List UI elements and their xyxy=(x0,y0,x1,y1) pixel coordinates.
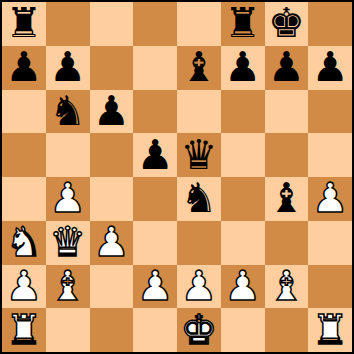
piece-white-pawn[interactable]: ♟︎ xyxy=(224,266,261,307)
square-f7[interactable]: ♟︎ xyxy=(221,46,265,90)
square-b6[interactable]: ♞ xyxy=(46,90,90,134)
square-d6[interactable] xyxy=(133,90,177,134)
square-h6[interactable] xyxy=(308,90,352,134)
piece-black-queen[interactable]: ♛ xyxy=(180,135,217,176)
piece-black-pawn[interactable]: ♟︎ xyxy=(224,47,261,88)
piece-white-pawn[interactable]: ♟︎ xyxy=(5,266,42,307)
piece-white-queen[interactable]: ♛ xyxy=(49,222,86,263)
square-h8[interactable] xyxy=(308,2,352,46)
piece-white-pawn[interactable]: ♟︎ xyxy=(180,266,217,307)
square-b7[interactable]: ♟︎ xyxy=(46,46,90,90)
square-d8[interactable] xyxy=(133,2,177,46)
piece-black-pawn[interactable]: ♟︎ xyxy=(5,47,42,88)
square-e8[interactable] xyxy=(177,2,221,46)
square-a5[interactable] xyxy=(2,133,46,177)
square-b2[interactable]: ♝ xyxy=(46,265,90,309)
square-c1[interactable] xyxy=(90,308,134,352)
piece-black-knight[interactable]: ♞ xyxy=(180,178,217,219)
piece-black-pawn[interactable]: ♟︎ xyxy=(137,135,174,176)
square-c8[interactable] xyxy=(90,2,134,46)
piece-white-rook[interactable]: ♜ xyxy=(312,310,349,351)
square-f1[interactable] xyxy=(221,308,265,352)
piece-black-king[interactable]: ♚ xyxy=(268,3,305,44)
piece-white-knight[interactable]: ♞ xyxy=(5,222,42,263)
square-c7[interactable] xyxy=(90,46,134,90)
square-f2[interactable]: ♟︎ xyxy=(221,265,265,309)
square-a6[interactable] xyxy=(2,90,46,134)
square-a1[interactable]: ♜ xyxy=(2,308,46,352)
square-e5[interactable]: ♛ xyxy=(177,133,221,177)
square-d1[interactable] xyxy=(133,308,177,352)
square-b3[interactable]: ♛ xyxy=(46,221,90,265)
square-c2[interactable] xyxy=(90,265,134,309)
square-g2[interactable]: ♝ xyxy=(265,265,309,309)
piece-black-pawn[interactable]: ♟︎ xyxy=(268,47,305,88)
piece-black-knight[interactable]: ♞ xyxy=(49,91,86,132)
piece-black-rook[interactable]: ♜ xyxy=(5,3,42,44)
square-f4[interactable] xyxy=(221,177,265,221)
square-f8[interactable]: ♜ xyxy=(221,2,265,46)
square-c6[interactable]: ♟︎ xyxy=(90,90,134,134)
square-g1[interactable] xyxy=(265,308,309,352)
piece-white-pawn[interactable]: ♟︎ xyxy=(137,266,174,307)
square-e4[interactable]: ♞ xyxy=(177,177,221,221)
piece-black-rook[interactable]: ♜ xyxy=(224,3,261,44)
piece-white-pawn[interactable]: ♟︎ xyxy=(312,178,349,219)
square-e6[interactable] xyxy=(177,90,221,134)
chess-board: ♜♜♚♟︎♟︎♝♟︎♟︎♟︎♞♟︎♟︎♛♟︎♞♝♟︎♞♛♟︎♟︎♝♟︎♟︎♟︎♝… xyxy=(0,0,354,354)
square-d2[interactable]: ♟︎ xyxy=(133,265,177,309)
square-e7[interactable]: ♝ xyxy=(177,46,221,90)
square-a7[interactable]: ♟︎ xyxy=(2,46,46,90)
square-a4[interactable] xyxy=(2,177,46,221)
square-g6[interactable] xyxy=(265,90,309,134)
square-f5[interactable] xyxy=(221,133,265,177)
square-h5[interactable] xyxy=(308,133,352,177)
square-f6[interactable] xyxy=(221,90,265,134)
square-c5[interactable] xyxy=(90,133,134,177)
square-c3[interactable]: ♟︎ xyxy=(90,221,134,265)
square-b4[interactable]: ♟︎ xyxy=(46,177,90,221)
piece-black-pawn[interactable]: ♟︎ xyxy=(49,47,86,88)
square-b5[interactable] xyxy=(46,133,90,177)
square-g5[interactable] xyxy=(265,133,309,177)
square-h1[interactable]: ♜ xyxy=(308,308,352,352)
square-f3[interactable] xyxy=(221,221,265,265)
piece-black-pawn[interactable]: ♟︎ xyxy=(312,47,349,88)
square-a3[interactable]: ♞ xyxy=(2,221,46,265)
square-b8[interactable] xyxy=(46,2,90,46)
piece-black-pawn[interactable]: ♟︎ xyxy=(93,91,130,132)
square-c4[interactable] xyxy=(90,177,134,221)
square-d5[interactable]: ♟︎ xyxy=(133,133,177,177)
square-h4[interactable]: ♟︎ xyxy=(308,177,352,221)
square-e2[interactable]: ♟︎ xyxy=(177,265,221,309)
piece-white-bishop[interactable]: ♝ xyxy=(268,266,305,307)
square-d3[interactable] xyxy=(133,221,177,265)
piece-white-king[interactable]: ♚ xyxy=(180,310,217,351)
square-e1[interactable]: ♚ xyxy=(177,308,221,352)
piece-white-bishop[interactable]: ♝ xyxy=(49,266,86,307)
piece-white-rook[interactable]: ♜ xyxy=(5,310,42,351)
square-g7[interactable]: ♟︎ xyxy=(265,46,309,90)
square-h7[interactable]: ♟︎ xyxy=(308,46,352,90)
square-e3[interactable] xyxy=(177,221,221,265)
square-h3[interactable] xyxy=(308,221,352,265)
square-d7[interactable] xyxy=(133,46,177,90)
square-b1[interactable] xyxy=(46,308,90,352)
square-h2[interactable] xyxy=(308,265,352,309)
square-a2[interactable]: ♟︎ xyxy=(2,265,46,309)
square-g4[interactable]: ♝ xyxy=(265,177,309,221)
square-g8[interactable]: ♚ xyxy=(265,2,309,46)
square-d4[interactable] xyxy=(133,177,177,221)
piece-white-pawn[interactable]: ♟︎ xyxy=(49,178,86,219)
piece-white-pawn[interactable]: ♟︎ xyxy=(93,222,130,263)
piece-black-bishop[interactable]: ♝ xyxy=(268,178,305,219)
piece-black-bishop[interactable]: ♝ xyxy=(180,47,217,88)
square-g3[interactable] xyxy=(265,221,309,265)
square-a8[interactable]: ♜ xyxy=(2,2,46,46)
